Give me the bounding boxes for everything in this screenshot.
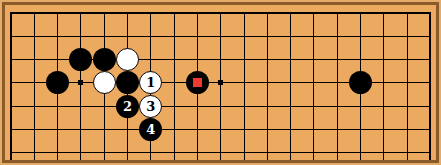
stone-white-E16: [93, 71, 116, 94]
black-stone: 4: [139, 118, 162, 141]
move-number-label: 1: [146, 76, 155, 89]
black-stone: [69, 48, 92, 71]
star-point-D16: [69, 71, 92, 94]
stone-black-J16: [186, 71, 209, 94]
board-frame: 1234: [0, 0, 441, 165]
black-stone: [116, 71, 139, 94]
star-point-K16: [209, 71, 232, 94]
star-point-marker: [78, 80, 83, 85]
stone-black-E17: [93, 48, 116, 71]
black-stone: 2: [116, 95, 139, 118]
move-number-label: 4: [146, 123, 155, 136]
stone-black-F16: [116, 71, 139, 94]
black-stone: [349, 71, 372, 94]
board-points: 1234: [2, 2, 439, 163]
stone-white-G15: 3: [139, 95, 162, 118]
star-point-marker: [218, 80, 223, 85]
white-stone: [116, 48, 139, 71]
stone-black-D17: [69, 48, 92, 71]
white-stone: [93, 71, 116, 94]
stone-black-C16: [46, 71, 69, 94]
white-stone: 1: [139, 71, 162, 94]
stone-white-F17: [116, 48, 139, 71]
black-stone: [186, 71, 209, 94]
move-number-label: 2: [123, 100, 132, 113]
white-stone: 3: [139, 95, 162, 118]
move-number-label: 3: [146, 100, 155, 113]
stone-black-F15: 2: [116, 95, 139, 118]
stone-black-G14: 4: [139, 118, 162, 141]
stone-white-G16: 1: [139, 71, 162, 94]
stone-black-Q16: [349, 71, 372, 94]
go-board: 1234: [2, 2, 439, 163]
go-diagram: 1234: [0, 0, 441, 165]
red-square-mark: [193, 78, 202, 87]
black-stone: [93, 48, 116, 71]
black-stone: [46, 71, 69, 94]
